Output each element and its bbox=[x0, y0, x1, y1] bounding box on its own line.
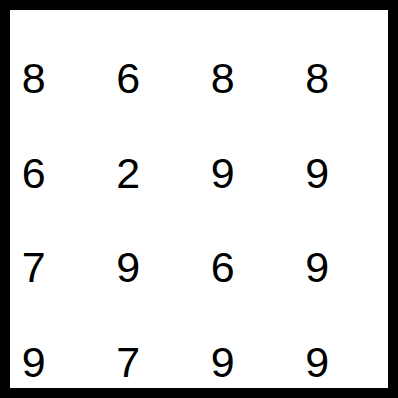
cell-r8c7[interactable]: 9 bbox=[294, 341, 341, 388]
cell-r7c4[interactable] bbox=[152, 294, 199, 341]
cell-r2c4[interactable] bbox=[152, 57, 199, 104]
cell-r3c8[interactable] bbox=[341, 105, 388, 152]
cell-r7c8[interactable] bbox=[341, 294, 388, 341]
cell-r1c4[interactable] bbox=[152, 10, 199, 57]
cell-r8c6[interactable] bbox=[246, 341, 293, 388]
cell-r4c3[interactable]: 2 bbox=[105, 152, 152, 199]
cell-r5c6[interactable] bbox=[246, 199, 293, 246]
cell-r6c3[interactable]: 9 bbox=[105, 246, 152, 293]
cell-r4c5[interactable]: 9 bbox=[199, 152, 246, 199]
cell-r6c1[interactable]: 7 bbox=[10, 246, 57, 293]
cell-r1c7[interactable] bbox=[294, 10, 341, 57]
cell-r3c1[interactable] bbox=[10, 105, 57, 152]
cell-r8c4[interactable] bbox=[152, 341, 199, 388]
cell-r1c6[interactable] bbox=[246, 10, 293, 57]
cell-r8c2[interactable] bbox=[57, 341, 104, 388]
cell-r7c7[interactable] bbox=[294, 294, 341, 341]
cell-r2c8[interactable] bbox=[341, 57, 388, 104]
cell-r5c2[interactable] bbox=[57, 199, 104, 246]
cell-r6c2[interactable] bbox=[57, 246, 104, 293]
cell-r2c5[interactable]: 8 bbox=[199, 57, 246, 104]
cell-r2c1[interactable]: 8 bbox=[10, 57, 57, 104]
cell-r1c2[interactable] bbox=[57, 10, 104, 57]
cell-r5c5[interactable] bbox=[199, 199, 246, 246]
cell-r4c4[interactable] bbox=[152, 152, 199, 199]
cell-r6c7[interactable]: 9 bbox=[294, 246, 341, 293]
clue-number: 8 bbox=[305, 57, 329, 100]
clue-number: 6 bbox=[116, 57, 140, 100]
puzzle-board: 8688629979699799 bbox=[0, 0, 398, 398]
cell-r1c3[interactable] bbox=[105, 10, 152, 57]
cell-r7c1[interactable] bbox=[10, 294, 57, 341]
cell-r7c5[interactable] bbox=[199, 294, 246, 341]
cell-r3c6[interactable] bbox=[246, 105, 293, 152]
cell-r2c7[interactable]: 8 bbox=[294, 57, 341, 104]
cell-r6c5[interactable]: 6 bbox=[199, 246, 246, 293]
cell-r1c1[interactable] bbox=[10, 10, 57, 57]
cell-r4c6[interactable] bbox=[246, 152, 293, 199]
cell-r6c8[interactable] bbox=[341, 246, 388, 293]
cell-r2c6[interactable] bbox=[246, 57, 293, 104]
cell-r5c1[interactable] bbox=[10, 199, 57, 246]
cell-r3c5[interactable] bbox=[199, 105, 246, 152]
cell-r8c3[interactable]: 7 bbox=[105, 341, 152, 388]
cell-r4c8[interactable] bbox=[341, 152, 388, 199]
cell-r6c4[interactable] bbox=[152, 246, 199, 293]
cell-r5c3[interactable] bbox=[105, 199, 152, 246]
cell-r5c8[interactable] bbox=[341, 199, 388, 246]
cell-r8c8[interactable] bbox=[341, 341, 388, 388]
clue-number: 9 bbox=[305, 152, 329, 195]
clue-number: 9 bbox=[211, 152, 235, 195]
cell-r1c8[interactable] bbox=[341, 10, 388, 57]
clue-number: 8 bbox=[211, 57, 235, 100]
cell-r3c7[interactable] bbox=[294, 105, 341, 152]
clue-number: 9 bbox=[305, 341, 329, 384]
clue-number: 9 bbox=[211, 341, 235, 384]
cell-r4c2[interactable] bbox=[57, 152, 104, 199]
clue-number: 6 bbox=[211, 246, 235, 289]
cell-r7c2[interactable] bbox=[57, 294, 104, 341]
cell-r7c3[interactable] bbox=[105, 294, 152, 341]
cell-r5c7[interactable] bbox=[294, 199, 341, 246]
clue-number: 7 bbox=[116, 341, 140, 384]
cell-r3c3[interactable] bbox=[105, 105, 152, 152]
cell-r4c7[interactable]: 9 bbox=[294, 152, 341, 199]
clue-number: 9 bbox=[22, 341, 46, 384]
cell-r7c6[interactable] bbox=[246, 294, 293, 341]
cell-r5c4[interactable] bbox=[152, 199, 199, 246]
cell-r2c3[interactable]: 6 bbox=[105, 57, 152, 104]
clue-number: 7 bbox=[22, 246, 46, 289]
cell-r3c2[interactable] bbox=[57, 105, 104, 152]
cell-r8c5[interactable]: 9 bbox=[199, 341, 246, 388]
clue-number: 9 bbox=[305, 246, 329, 289]
clue-number: 8 bbox=[22, 57, 46, 100]
clue-number: 6 bbox=[22, 152, 46, 195]
cell-r1c5[interactable] bbox=[199, 10, 246, 57]
cell-r6c6[interactable] bbox=[246, 246, 293, 293]
clue-number: 9 bbox=[116, 246, 140, 289]
clue-number: 2 bbox=[116, 152, 140, 195]
cell-r4c1[interactable]: 6 bbox=[10, 152, 57, 199]
cell-r2c2[interactable] bbox=[57, 57, 104, 104]
puzzle-window: 8688629979699799 bbox=[0, 0, 398, 398]
cell-r8c1[interactable]: 9 bbox=[10, 341, 57, 388]
cell-r3c4[interactable] bbox=[152, 105, 199, 152]
